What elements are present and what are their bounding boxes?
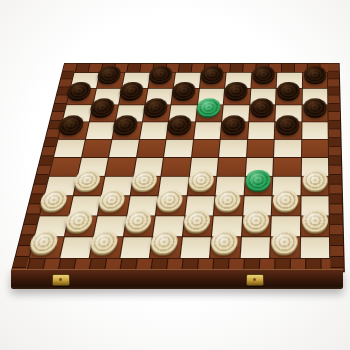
dark-checker-piece[interactable]: [277, 82, 300, 100]
square-r8c7[interactable]: [214, 196, 243, 215]
brass-latch-right[interactable]: [246, 274, 264, 286]
square-r5c6[interactable]: [192, 140, 220, 157]
dark-checker-piece[interactable]: [57, 115, 85, 134]
board-front-edge: [11, 269, 343, 289]
light-checker-piece[interactable]: [187, 170, 214, 191]
dark-checker-piece[interactable]: [249, 98, 273, 116]
dark-checker-piece[interactable]: [200, 66, 224, 83]
dark-checker-piece[interactable]: [167, 115, 193, 134]
square-r8c3[interactable]: [98, 196, 129, 215]
playing-field: [28, 72, 330, 259]
square-r7c8[interactable]: [244, 177, 272, 196]
square-r3c4[interactable]: [142, 105, 170, 121]
square-r2c5[interactable]: [171, 89, 198, 105]
square-r4c1[interactable]: [58, 122, 88, 139]
square-r8c1[interactable]: [40, 196, 72, 215]
square-r9c8[interactable]: [241, 216, 270, 236]
square-r10c6: [180, 237, 211, 258]
square-r4c7[interactable]: [221, 122, 248, 139]
board-scene: [15, 0, 350, 350]
square-r6c5[interactable]: [161, 158, 190, 176]
light-checker-piece[interactable]: [72, 170, 101, 191]
square-r1c4[interactable]: [148, 73, 175, 88]
dark-checker-piece[interactable]: [224, 82, 248, 100]
dark-checker-piece[interactable]: [66, 82, 93, 100]
square-r1c8[interactable]: [251, 73, 276, 88]
square-r3c8[interactable]: [249, 105, 275, 121]
square-r10c4: [120, 237, 152, 258]
square-r10c10: [300, 237, 329, 258]
square-r6c1[interactable]: [50, 158, 81, 176]
square-r3c10[interactable]: [302, 105, 328, 121]
dark-checker-piece[interactable]: [148, 66, 173, 83]
green-marker-piece[interactable]: [245, 170, 271, 191]
square-r10c9[interactable]: [270, 237, 299, 258]
square-r10c3[interactable]: [90, 237, 122, 258]
square-r7c6[interactable]: [187, 177, 216, 196]
square-r5c1: [54, 140, 84, 157]
square-r4c8: [248, 122, 275, 139]
square-r9c4[interactable]: [123, 216, 154, 236]
square-r5c9: [274, 140, 301, 157]
square-r1c6[interactable]: [199, 73, 225, 88]
light-checker-piece[interactable]: [302, 209, 328, 232]
dark-checker-piece[interactable]: [304, 66, 327, 83]
square-r5c10[interactable]: [302, 140, 328, 157]
square-r4c10: [302, 122, 328, 139]
square-r5c7: [219, 140, 247, 157]
light-checker-piece[interactable]: [242, 209, 269, 232]
square-r5c4[interactable]: [137, 140, 166, 157]
square-r4c3[interactable]: [113, 122, 142, 139]
square-r9c2[interactable]: [64, 216, 96, 236]
square-r5c3: [109, 140, 138, 157]
dark-checker-piece[interactable]: [119, 82, 145, 100]
square-r8c9[interactable]: [272, 196, 300, 215]
square-r10c1[interactable]: [30, 237, 63, 258]
square-r3c2[interactable]: [89, 105, 118, 121]
square-r7c4[interactable]: [130, 177, 160, 196]
dark-checker-piece[interactable]: [171, 82, 196, 100]
square-r1c10[interactable]: [302, 73, 327, 88]
square-r2c3[interactable]: [119, 89, 147, 105]
square-r4c5[interactable]: [167, 122, 195, 139]
light-checker-piece[interactable]: [130, 170, 158, 191]
square-r7c2[interactable]: [73, 177, 104, 196]
frame-border-right: [328, 64, 344, 271]
light-checker-piece[interactable]: [156, 189, 184, 211]
light-checker-piece[interactable]: [214, 189, 241, 211]
light-checker-piece[interactable]: [273, 189, 299, 211]
square-r10c2: [60, 237, 93, 258]
square-r7c10[interactable]: [301, 177, 328, 196]
light-checker-piece[interactable]: [183, 209, 211, 232]
light-checker-piece[interactable]: [271, 230, 298, 254]
square-r4c4: [140, 122, 168, 139]
photo-background: { "game": { "name": "International draug…: [0, 0, 350, 350]
square-r5c2[interactable]: [82, 140, 112, 157]
dark-checker-piece[interactable]: [276, 115, 300, 134]
square-r3c6[interactable]: [196, 105, 223, 121]
brass-latch-left[interactable]: [52, 274, 70, 286]
draughts-board: [11, 63, 345, 272]
square-r2c9[interactable]: [276, 89, 301, 105]
dark-checker-piece[interactable]: [142, 98, 168, 116]
square-r5c5: [164, 140, 192, 157]
dark-checker-piece[interactable]: [252, 66, 275, 83]
square-r9c10[interactable]: [301, 216, 329, 236]
square-r4c2: [86, 122, 115, 139]
square-r8c5[interactable]: [156, 196, 186, 215]
square-r6c3[interactable]: [105, 158, 135, 176]
square-r1c2[interactable]: [97, 73, 125, 88]
light-checker-piece[interactable]: [210, 230, 238, 254]
dark-checker-piece[interactable]: [221, 115, 246, 134]
square-r2c7[interactable]: [224, 89, 250, 105]
dark-checker-piece[interactable]: [303, 98, 326, 116]
green-marker-piece[interactable]: [196, 98, 221, 116]
square-r5c8[interactable]: [247, 140, 274, 157]
square-r10c7[interactable]: [210, 237, 240, 258]
square-r10c5[interactable]: [150, 237, 181, 258]
light-checker-piece[interactable]: [302, 170, 327, 191]
square-r9c6[interactable]: [182, 216, 212, 236]
square-r6c7[interactable]: [217, 158, 245, 176]
square-r2c1[interactable]: [67, 89, 96, 105]
square-r10c8: [240, 237, 270, 258]
square-r6c9[interactable]: [273, 158, 300, 176]
square-r4c6: [194, 122, 222, 139]
square-r4c9[interactable]: [275, 122, 301, 139]
